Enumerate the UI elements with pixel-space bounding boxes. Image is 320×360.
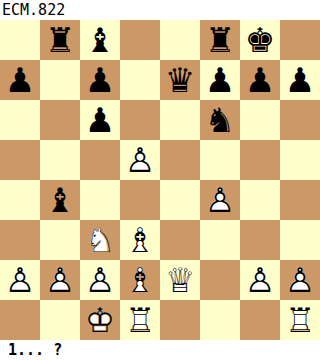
- square-a5[interactable]: [0, 140, 40, 180]
- square-a6[interactable]: [0, 100, 40, 140]
- piece-white-pawn[interactable]: ♟♙: [80, 260, 120, 300]
- square-g4[interactable]: [240, 180, 280, 220]
- piece-outline: ♘: [80, 220, 120, 260]
- piece-white-pawn[interactable]: ♟♙: [120, 140, 160, 180]
- piece-black-queen[interactable]: ♛: [160, 60, 200, 100]
- piece-outline: ♙: [240, 260, 280, 300]
- square-h2[interactable]: ♟♙: [280, 260, 320, 300]
- piece-black-king[interactable]: ♚: [240, 20, 280, 60]
- piece-outline: ♙: [280, 260, 320, 300]
- piece-black-pawn[interactable]: ♟: [240, 60, 280, 100]
- piece-white-queen[interactable]: ♛♕: [160, 260, 200, 300]
- square-g6[interactable]: [240, 100, 280, 140]
- square-e2[interactable]: ♛♕: [160, 260, 200, 300]
- square-a1[interactable]: [0, 300, 40, 340]
- piece-black-pawn[interactable]: ♟: [200, 60, 240, 100]
- square-f1[interactable]: [200, 300, 240, 340]
- title-bar: ECM.822: [0, 0, 320, 20]
- square-b8[interactable]: ♜: [40, 20, 80, 60]
- square-g5[interactable]: [240, 140, 280, 180]
- square-f5[interactable]: [200, 140, 240, 180]
- square-g1[interactable]: [240, 300, 280, 340]
- square-h3[interactable]: [280, 220, 320, 260]
- square-b3[interactable]: [40, 220, 80, 260]
- square-b4[interactable]: ♝: [40, 180, 80, 220]
- move-prompt: 1... ?: [8, 340, 62, 360]
- square-g3[interactable]: [240, 220, 280, 260]
- square-c6[interactable]: ♟: [80, 100, 120, 140]
- square-d1[interactable]: ♜♖: [120, 300, 160, 340]
- square-b2[interactable]: ♟♙: [40, 260, 80, 300]
- square-c7[interactable]: ♟: [80, 60, 120, 100]
- square-h6[interactable]: [280, 100, 320, 140]
- square-g8[interactable]: ♚: [240, 20, 280, 60]
- piece-outline: ♖: [280, 300, 320, 340]
- square-a8[interactable]: [0, 20, 40, 60]
- square-h1[interactable]: ♜♖: [280, 300, 320, 340]
- square-d4[interactable]: [120, 180, 160, 220]
- square-a4[interactable]: [0, 180, 40, 220]
- piece-outline: ♗: [120, 220, 160, 260]
- piece-outline: ♙: [80, 260, 120, 300]
- square-e5[interactable]: [160, 140, 200, 180]
- square-c8[interactable]: ♝: [80, 20, 120, 60]
- square-h8[interactable]: [280, 20, 320, 60]
- square-b5[interactable]: [40, 140, 80, 180]
- piece-black-pawn[interactable]: ♟: [80, 60, 120, 100]
- piece-black-rook[interactable]: ♜: [200, 20, 240, 60]
- square-e4[interactable]: [160, 180, 200, 220]
- chess-app-window: ECM.822 ♜♝♜♚♟♟♛♟♟♟♟♞♟♙♝♟♙♞♘♝♗♟♙♟♙♟♙♝♗♛♕♟…: [0, 0, 320, 360]
- square-e6[interactable]: [160, 100, 200, 140]
- piece-white-pawn[interactable]: ♟♙: [40, 260, 80, 300]
- square-c3[interactable]: ♞♘: [80, 220, 120, 260]
- piece-outline: ♙: [0, 260, 40, 300]
- square-g2[interactable]: ♟♙: [240, 260, 280, 300]
- status-bar: 1... ?: [0, 340, 320, 360]
- piece-outline: ♙: [40, 260, 80, 300]
- square-b1[interactable]: [40, 300, 80, 340]
- square-h4[interactable]: [280, 180, 320, 220]
- square-f3[interactable]: [200, 220, 240, 260]
- square-a3[interactable]: [0, 220, 40, 260]
- square-g7[interactable]: ♟: [240, 60, 280, 100]
- piece-outline: ♗: [120, 260, 160, 300]
- piece-white-rook[interactable]: ♜♖: [120, 300, 160, 340]
- square-e1[interactable]: [160, 300, 200, 340]
- piece-black-knight[interactable]: ♞: [200, 100, 240, 140]
- piece-white-bishop[interactable]: ♝♗: [120, 220, 160, 260]
- piece-white-rook[interactable]: ♜♖: [280, 300, 320, 340]
- square-c1[interactable]: ♚♔: [80, 300, 120, 340]
- square-f7[interactable]: ♟: [200, 60, 240, 100]
- chess-board[interactable]: ♜♝♜♚♟♟♛♟♟♟♟♞♟♙♝♟♙♞♘♝♗♟♙♟♙♟♙♝♗♛♕♟♙♟♙♚♔♜♖♜…: [0, 20, 320, 340]
- square-c4[interactable]: [80, 180, 120, 220]
- square-d7[interactable]: [120, 60, 160, 100]
- square-c5[interactable]: [80, 140, 120, 180]
- piece-white-king[interactable]: ♚♔: [80, 300, 120, 340]
- square-f6[interactable]: ♞: [200, 100, 240, 140]
- piece-black-bishop[interactable]: ♝: [80, 20, 120, 60]
- square-h5[interactable]: [280, 140, 320, 180]
- square-f4[interactable]: ♟♙: [200, 180, 240, 220]
- square-d5[interactable]: ♟♙: [120, 140, 160, 180]
- square-h7[interactable]: ♟: [280, 60, 320, 100]
- piece-black-pawn[interactable]: ♟: [80, 100, 120, 140]
- puzzle-title: ECM.822: [2, 0, 65, 20]
- piece-white-bishop[interactable]: ♝♗: [120, 260, 160, 300]
- piece-black-bishop[interactable]: ♝: [40, 180, 80, 220]
- square-d2[interactable]: ♝♗: [120, 260, 160, 300]
- square-d8[interactable]: [120, 20, 160, 60]
- piece-outline: ♕: [160, 260, 200, 300]
- piece-white-knight[interactable]: ♞♘: [80, 220, 120, 260]
- square-b6[interactable]: [40, 100, 80, 140]
- square-f2[interactable]: [200, 260, 240, 300]
- piece-black-pawn[interactable]: ♟: [0, 60, 40, 100]
- square-d3[interactable]: ♝♗: [120, 220, 160, 260]
- square-f8[interactable]: ♜: [200, 20, 240, 60]
- piece-white-pawn[interactable]: ♟♙: [200, 180, 240, 220]
- piece-outline: ♙: [200, 180, 240, 220]
- square-e7[interactable]: ♛: [160, 60, 200, 100]
- square-d6[interactable]: [120, 100, 160, 140]
- piece-black-pawn[interactable]: ♟: [280, 60, 320, 100]
- square-a2[interactable]: ♟♙: [0, 260, 40, 300]
- piece-white-pawn[interactable]: ♟♙: [280, 260, 320, 300]
- square-c2[interactable]: ♟♙: [80, 260, 120, 300]
- piece-outline: ♖: [120, 300, 160, 340]
- square-e8[interactable]: [160, 20, 200, 60]
- square-a7[interactable]: ♟: [0, 60, 40, 100]
- square-b7[interactable]: [40, 60, 80, 100]
- piece-black-rook[interactable]: ♜: [40, 20, 80, 60]
- piece-outline: ♔: [80, 300, 120, 340]
- piece-white-pawn[interactable]: ♟♙: [0, 260, 40, 300]
- piece-white-pawn[interactable]: ♟♙: [240, 260, 280, 300]
- square-e3[interactable]: [160, 220, 200, 260]
- piece-outline: ♙: [120, 140, 160, 180]
